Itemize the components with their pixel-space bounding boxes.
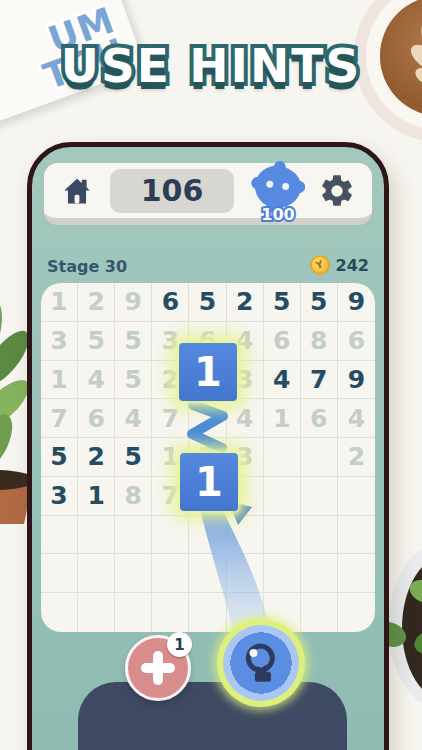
hint-button-inner [223,625,299,701]
grid-cell[interactable]: 8 [115,477,152,516]
grid-cell[interactable]: 2 [78,283,115,322]
bottom-tray [78,682,347,750]
booster-blob-icon [252,163,303,211]
grid-cell[interactable]: 5 [115,361,152,400]
lightbulb-icon [237,638,285,687]
grid-cell[interactable]: 1 [41,283,78,322]
grid-cell[interactable]: 9 [115,283,152,322]
grid-cell[interactable] [264,438,301,477]
grid-cell[interactable] [78,554,115,593]
grid-cell[interactable] [338,477,375,516]
grid-cell[interactable] [301,554,338,593]
grid-cell[interactable] [41,554,78,593]
plus-icon [153,651,163,685]
grid-cell[interactable]: 5 [301,283,338,322]
grid-cell[interactable]: 9 [338,361,375,400]
grid-cell[interactable] [338,554,375,593]
grid-cell[interactable]: 5 [41,438,78,477]
home-icon[interactable] [60,174,94,208]
grid-cell[interactable] [152,516,189,555]
grid-cell[interactable]: 4 [264,361,301,400]
grid-cell[interactable]: 4 [78,361,115,400]
grid-cell[interactable]: 5 [115,322,152,361]
grid-cell[interactable] [301,593,338,632]
grid-cell[interactable]: 6 [338,322,375,361]
coin-icon: Y [310,255,330,275]
grid-cell[interactable]: 4 [115,399,152,438]
grid-cell[interactable] [338,516,375,555]
grid-cell[interactable]: 2 [78,438,115,477]
grid-cell[interactable] [338,593,375,632]
grid-cell[interactable]: 7 [152,399,189,438]
grid-cell[interactable]: 5 [264,283,301,322]
grid-cell[interactable]: 2 [338,438,375,477]
grid-cell[interactable]: 6 [264,322,301,361]
grid-cell[interactable] [78,593,115,632]
gear-icon[interactable] [318,172,356,210]
succulent-pot-icon [386,534,422,750]
grid-cell[interactable] [227,554,264,593]
add-count-badge: 1 [167,632,192,657]
grid-cell[interactable]: 9 [338,283,375,322]
grid-cell[interactable] [301,516,338,555]
grid-cell[interactable]: 1 [41,361,78,400]
grid-cell[interactable] [115,516,152,555]
plant-right-photo [386,534,422,750]
grid-cell[interactable]: 1 [264,399,301,438]
grid-cell[interactable] [189,516,226,555]
grid-cell[interactable]: 5 [78,322,115,361]
booster-count: 100 [252,205,304,224]
grid-cell[interactable] [115,554,152,593]
top-bar: 106 100 [44,163,372,225]
grid-cell[interactable]: 3 [41,477,78,516]
hint-tile-top[interactable]: 1 [179,343,237,401]
grid-cell[interactable] [189,593,226,632]
grid-cell[interactable]: 3 [41,322,78,361]
grid-cell[interactable]: 4 [227,399,264,438]
score-display: 106 [110,169,234,213]
grid-cell[interactable] [189,554,226,593]
grid-cell[interactable] [264,477,301,516]
grid-cell[interactable] [152,554,189,593]
grid-cell[interactable]: 5 [189,283,226,322]
grid-cell[interactable]: 1 [78,477,115,516]
grid-cell[interactable] [301,438,338,477]
grid-cell[interactable]: 8 [301,322,338,361]
page-title: USE HINTS [0,38,422,93]
grid-cell[interactable] [227,516,264,555]
booster-button[interactable]: 100 [252,166,304,216]
grid-cell[interactable] [264,554,301,593]
grid-cell[interactable] [78,516,115,555]
screenshot-root: UM TCH [0,0,422,750]
stage-label: Stage 30 [47,257,127,276]
coin-count: 242 [336,256,369,275]
hint-button[interactable] [217,619,305,707]
grid-cell[interactable] [189,399,226,438]
grid-cell[interactable]: 5 [115,438,152,477]
grid-cell[interactable]: 6 [78,399,115,438]
grid-cell[interactable]: 6 [301,399,338,438]
grid-cell[interactable]: 6 [152,283,189,322]
grid-cell[interactable]: 7 [301,361,338,400]
grid-cell[interactable] [301,477,338,516]
grid-cell[interactable] [152,593,189,632]
coin-counter: Y 242 [310,255,369,275]
grid-cell[interactable]: 4 [338,399,375,438]
grid-cell[interactable] [264,516,301,555]
phone-mockup: 106 100 Stage 30 Y 242 1 [27,142,389,750]
grid-cell[interactable]: 2 [227,283,264,322]
grid-cell[interactable] [41,516,78,555]
add-numbers-button[interactable]: 1 [125,635,191,701]
grid-cell[interactable] [41,593,78,632]
grid-cell[interactable]: 7 [41,399,78,438]
grid-cell[interactable] [115,593,152,632]
hint-tile-bottom[interactable]: 1 [180,453,238,511]
